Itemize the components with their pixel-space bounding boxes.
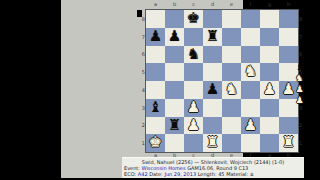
file-labels-top: abcdefgh (146, 1, 298, 8)
file-label-d: d (203, 1, 222, 8)
white-pawn-f2[interactable]: ♟ (244, 117, 257, 135)
square-b2[interactable]: ♜ (165, 117, 184, 135)
square-d4[interactable]: ♟ (203, 81, 222, 99)
square-h1[interactable]: ♜ (279, 134, 298, 152)
white-knight-e4[interactable]: ♞ (225, 81, 238, 99)
black-bishop-a3[interactable]: ♝ (149, 99, 162, 117)
square-b6[interactable] (165, 46, 184, 64)
white-pawn-c3[interactable]: ♟ (187, 99, 200, 117)
letterboxed-stage: abcdefgh 87654321 ♚♟♟♜♞♞♟♞♟♟♝♟♜♟♟♚♜♜ 876… (0, 0, 320, 180)
white-rook-h1[interactable]: ♜ (282, 134, 295, 152)
rank-label-1: 1 (299, 140, 305, 146)
white-pawn-c2[interactable]: ♟ (187, 117, 200, 135)
tray-white-pawn: ♟ (295, 84, 303, 95)
details-line: ECO: A42 Date: Jun 29, 2013 Length: 45 M… (122, 171, 304, 177)
black-rook-d7[interactable]: ♜ (206, 28, 219, 46)
square-g4[interactable]: ♟ (260, 81, 279, 99)
square-h8[interactable] (279, 10, 298, 28)
square-d7[interactable]: ♜ (203, 28, 222, 46)
black-pawn-b7[interactable]: ♟ (168, 28, 181, 46)
square-c8[interactable]: ♚ (184, 10, 203, 28)
black-pawn-d4[interactable]: ♟ (206, 81, 219, 99)
square-e8[interactable] (222, 10, 241, 28)
game-info-panel: Swid, Nahuel (2256) — Shlenkovit, Wojcie… (122, 157, 304, 178)
black-knight-c6[interactable]: ♞ (187, 46, 200, 64)
square-a6[interactable] (146, 46, 165, 64)
square-b4[interactable] (165, 81, 184, 99)
square-e1[interactable] (222, 134, 241, 152)
square-c1[interactable] (184, 134, 203, 152)
square-a8[interactable] (146, 10, 165, 28)
square-f3[interactable] (241, 99, 260, 117)
details-line-segment: Length: 45 Material: ± (196, 171, 254, 177)
square-h2[interactable] (279, 117, 298, 135)
details-line-segment: ECO: (124, 171, 138, 177)
white-knight-f5[interactable]: ♞ (244, 63, 257, 81)
square-d6[interactable] (203, 46, 222, 64)
rank-label-6: 6 (299, 51, 305, 57)
square-f8[interactable] (241, 10, 260, 28)
black-king-c8[interactable]: ♚ (187, 10, 200, 28)
square-g6[interactable] (260, 46, 279, 64)
square-g5[interactable] (260, 63, 279, 81)
square-e4[interactable]: ♞ (222, 81, 241, 99)
square-b3[interactable] (165, 99, 184, 117)
file-label-h: h (279, 1, 298, 8)
square-b5[interactable] (165, 63, 184, 81)
details-line-segment: Date: (148, 171, 165, 177)
file-label-b: b (165, 1, 184, 8)
chess-board: ♚♟♟♜♞♞♟♞♟♟♝♟♜♟♟♚♜♜ (145, 9, 299, 153)
square-h7[interactable] (279, 28, 298, 46)
square-f5[interactable]: ♞ (241, 63, 260, 81)
square-b7[interactable]: ♟ (165, 28, 184, 46)
square-c6[interactable]: ♞ (184, 46, 203, 64)
square-e6[interactable] (222, 46, 241, 64)
square-e5[interactable] (222, 63, 241, 81)
file-label-c: c (184, 1, 203, 8)
square-h6[interactable] (279, 46, 298, 64)
chess-app-panel: abcdefgh 87654321 ♚♟♟♜♞♞♟♞♟♟♝♟♜♟♟♚♜♜ 876… (61, 0, 243, 178)
square-g2[interactable] (260, 117, 279, 135)
rank-label-7: 7 (299, 34, 305, 40)
square-c7[interactable] (184, 28, 203, 46)
square-f6[interactable] (241, 46, 260, 64)
square-a2[interactable] (146, 117, 165, 135)
square-e7[interactable] (222, 28, 241, 46)
square-d8[interactable] (203, 10, 222, 28)
square-f1[interactable] (241, 134, 260, 152)
square-c2[interactable]: ♟ (184, 117, 203, 135)
tray-black-bishop: ♝ (295, 62, 303, 73)
square-a5[interactable] (146, 63, 165, 81)
square-c4[interactable] (184, 81, 203, 99)
square-g3[interactable] (260, 99, 279, 117)
material-tray: ♝♞♟♟ (294, 62, 305, 106)
file-label-f: f (241, 1, 260, 8)
square-g7[interactable] (260, 28, 279, 46)
square-a7[interactable]: ♟ (146, 28, 165, 46)
square-c5[interactable] (184, 63, 203, 81)
square-d3[interactable] (203, 99, 222, 117)
square-f2[interactable]: ♟ (241, 117, 260, 135)
square-d2[interactable] (203, 117, 222, 135)
square-a3[interactable]: ♝ (146, 99, 165, 117)
black-rook-b2[interactable]: ♜ (168, 117, 181, 135)
file-label-e: e (222, 1, 241, 8)
square-f7[interactable] (241, 28, 260, 46)
square-b1[interactable] (165, 134, 184, 152)
square-g8[interactable] (260, 10, 279, 28)
square-e2[interactable] (222, 117, 241, 135)
details-line-segment[interactable]: A42 (138, 171, 148, 177)
square-a1[interactable]: ♚ (146, 134, 165, 152)
tray-white-pawn: ♟ (295, 95, 303, 106)
square-c3[interactable]: ♟ (184, 99, 203, 117)
square-g1[interactable] (260, 134, 279, 152)
square-d5[interactable] (203, 63, 222, 81)
square-f4[interactable] (241, 81, 260, 99)
white-rook-d1[interactable]: ♜ (206, 134, 219, 152)
rank-label-8: 8 (299, 16, 305, 22)
square-e3[interactable] (222, 99, 241, 117)
tray-white-knight: ♞ (295, 73, 303, 84)
square-b8[interactable] (165, 10, 184, 28)
rank-label-2: 2 (299, 122, 305, 128)
file-label-a: a (146, 1, 165, 8)
file-label-g: g (260, 1, 279, 8)
black-pawn-a7[interactable]: ♟ (149, 28, 162, 46)
white-pawn-g4[interactable]: ♟ (263, 81, 276, 99)
square-d1[interactable]: ♜ (203, 134, 222, 152)
square-a4[interactable] (146, 81, 165, 99)
details-line-segment[interactable]: Jun 29, 2013 (164, 171, 196, 177)
white-king-a1[interactable]: ♚ (149, 134, 162, 152)
